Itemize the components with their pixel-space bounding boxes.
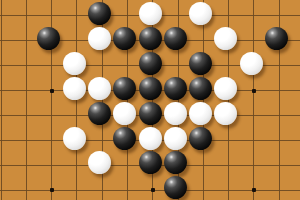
black-stone: ● bbox=[265, 27, 288, 50]
grid-line-vertical-10 bbox=[253, 0, 254, 200]
grid-line-vertical-0 bbox=[1, 0, 2, 200]
white-stone: ○ bbox=[139, 2, 162, 25]
black-stone: ● bbox=[164, 77, 187, 100]
white-stone: ○ bbox=[88, 27, 111, 50]
black-stone: ● bbox=[37, 27, 60, 50]
white-stone: ○ bbox=[139, 127, 162, 150]
black-stone: ● bbox=[189, 127, 212, 150]
black-stone: ● bbox=[113, 77, 136, 100]
black-stone: ● bbox=[139, 27, 162, 50]
white-stone: ○ bbox=[164, 102, 187, 125]
white-stone: ○ bbox=[63, 77, 86, 100]
white-stone: ○ bbox=[189, 2, 212, 25]
white-stone: ○ bbox=[113, 102, 136, 125]
black-stone: ● bbox=[139, 102, 162, 125]
white-stone: ○ bbox=[214, 77, 237, 100]
star-point bbox=[50, 89, 54, 93]
white-stone: ○ bbox=[63, 52, 86, 75]
black-stone: ● bbox=[139, 52, 162, 75]
black-stone: ● bbox=[113, 127, 136, 150]
black-stone: ● bbox=[88, 2, 111, 25]
star-point bbox=[252, 89, 256, 93]
white-stone: ○ bbox=[189, 102, 212, 125]
white-stone: ○ bbox=[214, 27, 237, 50]
black-stone: ● bbox=[189, 77, 212, 100]
black-stone: ● bbox=[139, 151, 162, 174]
black-stone: ● bbox=[164, 27, 187, 50]
black-stone: ● bbox=[164, 176, 187, 199]
white-stone: ○ bbox=[214, 102, 237, 125]
black-stone: ● bbox=[189, 52, 212, 75]
star-point bbox=[151, 188, 155, 192]
black-stone: ● bbox=[113, 27, 136, 50]
grid-line-vertical-1 bbox=[26, 0, 27, 200]
white-stone: ○ bbox=[88, 77, 111, 100]
black-stone: ● bbox=[139, 77, 162, 100]
white-stone: ○ bbox=[88, 151, 111, 174]
white-stone: ○ bbox=[63, 127, 86, 150]
white-stone: ○ bbox=[240, 52, 263, 75]
star-point bbox=[50, 188, 54, 192]
goban-board[interactable]: ●○○●○●●●○●○●●○○○●●●●○●○●○○○○●○○●○●●● bbox=[0, 0, 300, 200]
star-point bbox=[252, 188, 256, 192]
white-stone: ○ bbox=[164, 127, 187, 150]
black-stone: ● bbox=[88, 102, 111, 125]
gomoku-screenshot: ●○○●○●●●○●○●●○○○●●●●○●○●○○○○●○○●○●●● bbox=[0, 0, 300, 200]
black-stone: ● bbox=[164, 151, 187, 174]
